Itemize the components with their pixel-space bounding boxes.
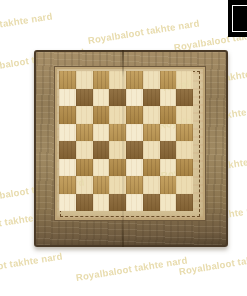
chess-board [34, 50, 228, 247]
board-square [93, 71, 110, 89]
board-square [176, 124, 193, 142]
board-square [160, 141, 177, 159]
board-square [76, 71, 93, 89]
logo-inner-frame [232, 5, 247, 32]
board-square [59, 106, 76, 124]
board-square [176, 106, 193, 124]
board-square [59, 176, 76, 194]
board-square [76, 141, 93, 159]
board-square [93, 159, 110, 177]
board-square [143, 159, 160, 177]
board-square [126, 194, 143, 212]
board-square [93, 89, 110, 107]
board-square [93, 124, 110, 142]
watermark-text: Royalbaloot takhte nard [178, 248, 247, 277]
board-square [176, 89, 193, 107]
board-square [126, 176, 143, 194]
board-square [126, 89, 143, 107]
watermark-text: Royalbaloot takhte nard [87, 17, 200, 46]
board-square [126, 159, 143, 177]
fold-seam [122, 50, 124, 247]
board-square [126, 124, 143, 142]
board-square [126, 71, 143, 89]
board-square [160, 106, 177, 124]
board-square [59, 71, 76, 89]
watermark-text: Royalbaloot takhte nard [0, 250, 63, 279]
board-square [160, 89, 177, 107]
board-square [76, 124, 93, 142]
board-square [143, 194, 160, 212]
board-square [143, 141, 160, 159]
board-square [59, 89, 76, 107]
watermark-text: Royalbaloot takhte nard [0, 10, 53, 39]
board-square [160, 176, 177, 194]
board-square [160, 71, 177, 89]
board-square [143, 71, 160, 89]
board-square [176, 176, 193, 194]
logo-stamp [228, 0, 247, 37]
board-square [176, 159, 193, 177]
board-square [126, 106, 143, 124]
board-square [126, 141, 143, 159]
board-square [59, 159, 76, 177]
board-square [93, 194, 110, 212]
board-square [143, 106, 160, 124]
board-field [55, 67, 205, 220]
board-square [59, 141, 76, 159]
board-square [143, 124, 160, 142]
board-square [93, 106, 110, 124]
board-square [160, 124, 177, 142]
board-square [176, 194, 193, 212]
watermark-text: Royalbaloot takhte nard [75, 254, 188, 283]
board-square [76, 159, 93, 177]
board-square [76, 89, 93, 107]
board-square [160, 194, 177, 212]
board-square [176, 71, 193, 89]
board-square [76, 194, 93, 212]
product-photo: Royalbaloot takhte nardRoyalbaloot takht… [0, 0, 247, 296]
board-square [76, 106, 93, 124]
board-grid [59, 71, 193, 211]
board-square [176, 141, 193, 159]
board-square [160, 159, 177, 177]
board-square [59, 124, 76, 142]
board-square [76, 176, 93, 194]
board-square [93, 176, 110, 194]
board-square [59, 194, 76, 212]
board-square [143, 89, 160, 107]
board-square [143, 176, 160, 194]
board-square [93, 141, 110, 159]
